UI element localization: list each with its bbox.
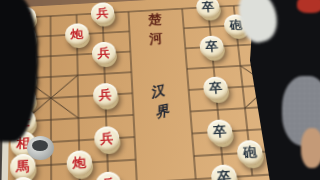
piece-black-c7-r9[interactable]: 卒 — [210, 164, 238, 180]
piece-black-c7-r3[interactable]: 卒 — [199, 35, 225, 58]
piece-black-c7-r5[interactable]: 卒 — [203, 76, 229, 101]
metal-cup — [27, 136, 54, 160]
piece-red-c1-r9[interactable]: 車 — [10, 176, 36, 180]
cup-opening — [32, 140, 48, 151]
piece-black-c7-r1[interactable]: 卒 — [196, 0, 221, 19]
piece-red-c4-r1[interactable]: 兵 — [91, 2, 115, 25]
piece-black-c8-r8[interactable]: 砲 — [236, 140, 264, 166]
photo-scene: 楚 河 汉 界 車馬相仕帥仕相馬車炮炮兵兵兵兵兵卒卒卒卒卒砲砲車馬象士將士象馬車 — [0, 0, 320, 180]
piece-red-c3-r2[interactable]: 炮 — [65, 23, 89, 46]
piece-black-c7-r7[interactable]: 卒 — [206, 119, 233, 145]
hand — [301, 128, 320, 168]
red-object — [297, 0, 320, 13]
piece-red-c4-r9[interactable]: 兵 — [95, 171, 121, 180]
piece-red-c4-r3[interactable]: 兵 — [92, 41, 116, 65]
piece-red-c3-r8[interactable]: 炮 — [67, 150, 93, 177]
piece-red-c4-r5[interactable]: 兵 — [93, 83, 118, 108]
piece-red-c4-r7[interactable]: 兵 — [94, 126, 120, 152]
